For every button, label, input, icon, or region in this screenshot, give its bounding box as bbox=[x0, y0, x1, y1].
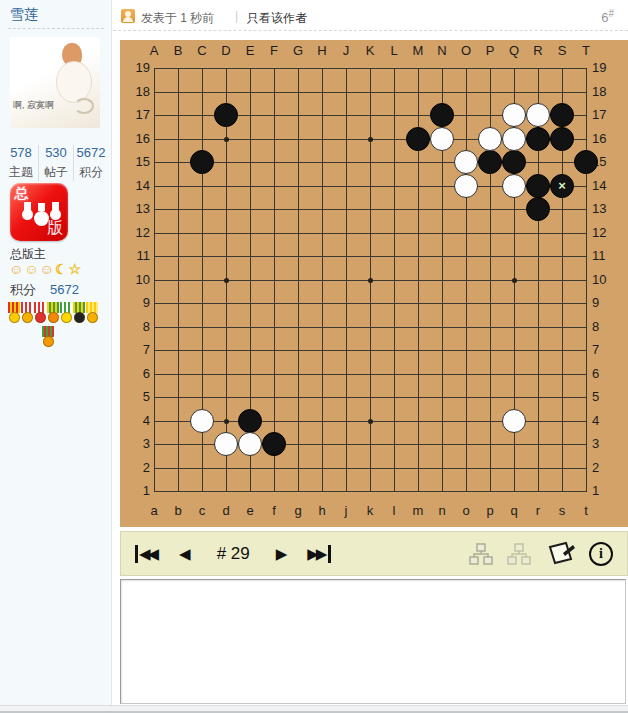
star-point bbox=[224, 137, 229, 142]
first-move-button[interactable]: ◀◀ bbox=[135, 545, 159, 563]
row-label-left: 5 bbox=[122, 389, 150, 405]
variation-tree-icon[interactable] bbox=[469, 543, 493, 565]
column-label-bottom: p bbox=[478, 503, 502, 518]
column-label-top: B bbox=[166, 43, 190, 58]
medal-icon bbox=[47, 302, 59, 325]
prev-move-button[interactable]: ◀ bbox=[179, 545, 191, 563]
smiley-icon: ☺ bbox=[24, 261, 39, 277]
row-label-left: 3 bbox=[122, 436, 150, 452]
row-label-right: 4 bbox=[592, 413, 622, 429]
medal-icon bbox=[86, 302, 98, 325]
variation-tree-alt-icon[interactable] bbox=[507, 543, 531, 565]
stone-black-P15 bbox=[478, 150, 502, 174]
smiley-icon: ☺ bbox=[9, 261, 24, 277]
post-header: 发表于 1 秒前 | 只看该作者 6# bbox=[113, 0, 628, 31]
stone-black-T15 bbox=[574, 150, 598, 174]
separator: | bbox=[235, 9, 238, 23]
row-label-right: 2 bbox=[592, 460, 622, 476]
medal-row bbox=[8, 302, 110, 325]
last-move-button[interactable]: ▶▶ bbox=[307, 545, 331, 563]
column-label-top: K bbox=[358, 43, 382, 58]
column-label-bottom: q bbox=[502, 503, 526, 518]
column-label-top: D bbox=[214, 43, 238, 58]
moderator-badge-icon: 总 版 bbox=[10, 183, 68, 241]
stat-points[interactable]: 5672 积分 bbox=[74, 145, 108, 181]
column-label-top: T bbox=[574, 43, 598, 58]
column-label-bottom: m bbox=[406, 503, 430, 518]
medal-icon bbox=[42, 326, 54, 349]
row-label-left: 13 bbox=[122, 201, 150, 217]
stone-black-R14 bbox=[526, 174, 550, 198]
column-label-bottom: c bbox=[190, 503, 214, 518]
column-label-bottom: e bbox=[238, 503, 262, 518]
star-point bbox=[368, 278, 373, 283]
stone-black-F3 bbox=[262, 432, 286, 456]
row-label-right: 3 bbox=[592, 436, 622, 452]
move-counter: # 29 bbox=[217, 544, 250, 564]
row-label-right: 18 bbox=[592, 84, 622, 100]
row-label-right: 6 bbox=[592, 366, 622, 382]
next-move-button[interactable]: ▶ bbox=[276, 545, 288, 563]
star-point bbox=[368, 419, 373, 424]
medal-icon bbox=[60, 302, 72, 325]
row-label-left: 14 bbox=[122, 178, 150, 194]
row-label-right: 10 bbox=[592, 272, 622, 288]
row-label-left: 17 bbox=[122, 107, 150, 123]
stone-white-P16 bbox=[478, 127, 502, 151]
stone-white-Q17 bbox=[502, 103, 526, 127]
avatar-art bbox=[74, 98, 94, 114]
row-label-right: 11 bbox=[592, 248, 622, 264]
column-label-bottom: a bbox=[142, 503, 166, 518]
column-label-top: H bbox=[310, 43, 334, 58]
row-label-left: 18 bbox=[122, 84, 150, 100]
column-label-bottom: o bbox=[454, 503, 478, 518]
row-label-right: 1 bbox=[592, 483, 622, 499]
row-label-left: 6 bbox=[122, 366, 150, 382]
column-label-bottom: s bbox=[550, 503, 574, 518]
row-label-left: 8 bbox=[122, 319, 150, 335]
row-label-right: 14 bbox=[592, 178, 622, 194]
star-point bbox=[224, 419, 229, 424]
column-label-top: G bbox=[286, 43, 310, 58]
row-label-left: 2 bbox=[122, 460, 150, 476]
stone-black-R16 bbox=[526, 127, 550, 151]
column-label-bottom: t bbox=[574, 503, 598, 518]
emoticon-row: ☺☺☺☾☆ bbox=[9, 261, 82, 277]
medal-icon bbox=[8, 302, 20, 325]
stone-white-D3 bbox=[214, 432, 238, 456]
row-label-left: 9 bbox=[122, 295, 150, 311]
medal-row-2 bbox=[42, 326, 55, 349]
stone-black-S17 bbox=[550, 103, 574, 127]
stone-white-C4 bbox=[190, 409, 214, 433]
go-board[interactable]: AaBbCcDdEeFfGgHhJjKkLlMmNnOoPpQqRrSsTt19… bbox=[120, 40, 628, 527]
column-label-top: P bbox=[478, 43, 502, 58]
column-label-top: S bbox=[550, 43, 574, 58]
stone-black-R13 bbox=[526, 197, 550, 221]
column-label-top: E bbox=[238, 43, 262, 58]
column-label-top: O bbox=[454, 43, 478, 58]
column-label-top: R bbox=[526, 43, 550, 58]
stone-white-R17 bbox=[526, 103, 550, 127]
row-label-left: 11 bbox=[122, 248, 150, 264]
row-label-left: 19 bbox=[122, 60, 150, 76]
moon-icon: ☾ bbox=[55, 261, 69, 277]
row-label-right: 13 bbox=[592, 201, 622, 217]
stone-black-S14: × bbox=[550, 174, 574, 198]
row-label-left: 15 bbox=[122, 154, 150, 170]
column-label-bottom: k bbox=[358, 503, 382, 518]
user-sidebar: 雪莲 啊, 寂寞啊 578 主题 530 帖子 5672 积分 总 bbox=[0, 0, 112, 705]
column-label-top: J bbox=[334, 43, 358, 58]
column-label-bottom: d bbox=[214, 503, 238, 518]
info-icon[interactable]: i bbox=[589, 542, 613, 566]
user-stats: 578 主题 530 帖子 5672 积分 bbox=[4, 145, 108, 181]
tool-icons: i bbox=[469, 540, 613, 567]
row-label-right: 17 bbox=[592, 107, 622, 123]
nav-group: ◀◀ ◀ # 29 ▶ ▶▶ bbox=[135, 544, 331, 564]
column-label-bottom: f bbox=[262, 503, 286, 518]
column-label-bottom: n bbox=[430, 503, 454, 518]
star-point bbox=[512, 278, 517, 283]
last-move-mark: × bbox=[551, 175, 573, 197]
post-number-link[interactable]: 6# bbox=[601, 8, 614, 25]
row-label-left: 7 bbox=[122, 342, 150, 358]
column-label-bottom: l bbox=[382, 503, 406, 518]
stone-white-N16 bbox=[430, 127, 454, 151]
divider bbox=[8, 28, 104, 29]
row-label-right: 19 bbox=[592, 60, 622, 76]
column-label-bottom: h bbox=[310, 503, 334, 518]
row-label-right: 8 bbox=[592, 319, 622, 335]
posted-time: 发表于 1 秒前 bbox=[141, 10, 214, 27]
column-label-bottom: r bbox=[526, 503, 550, 518]
user-icon bbox=[121, 9, 135, 23]
stone-black-M16 bbox=[406, 127, 430, 151]
stone-white-O15 bbox=[454, 150, 478, 174]
avatar[interactable]: 啊, 寂寞啊 bbox=[10, 37, 100, 128]
row-label-right: 5 bbox=[592, 389, 622, 405]
column-label-top: L bbox=[382, 43, 406, 58]
row-label-left: 16 bbox=[122, 131, 150, 147]
stone-black-N17 bbox=[430, 103, 454, 127]
medal-icon bbox=[21, 302, 33, 325]
row-label-right: 16 bbox=[592, 131, 622, 147]
row-label-left: 10 bbox=[122, 272, 150, 288]
stone-black-Q15 bbox=[502, 150, 526, 174]
column-label-bottom: g bbox=[286, 503, 310, 518]
view-author-link[interactable]: 只看该作者 bbox=[247, 10, 307, 27]
stat-topics[interactable]: 578 主题 bbox=[4, 145, 39, 181]
playback-controls: ◀◀ ◀ # 29 ▶ ▶▶ i bbox=[120, 531, 628, 576]
row-label-left: 12 bbox=[122, 225, 150, 241]
column-label-top: F bbox=[262, 43, 286, 58]
page-footer-strip bbox=[0, 705, 628, 713]
star-point bbox=[368, 137, 373, 142]
avatar-caption: 啊, 寂寞啊 bbox=[13, 99, 54, 112]
column-label-top: C bbox=[190, 43, 214, 58]
avatar-art bbox=[56, 61, 92, 103]
copy-sgf-icon[interactable] bbox=[545, 540, 575, 567]
stone-white-Q16 bbox=[502, 127, 526, 151]
smiley-icon: ☺ bbox=[40, 261, 55, 277]
forum-post-page: 雪莲 啊, 寂寞啊 578 主题 530 帖子 5672 积分 总 bbox=[0, 0, 628, 713]
star-icon: ☆ bbox=[68, 261, 82, 277]
star-point bbox=[224, 278, 229, 283]
stat-posts[interactable]: 530 帖子 bbox=[39, 145, 74, 181]
row-label-right: 9 bbox=[592, 295, 622, 311]
row-label-left: 4 bbox=[122, 413, 150, 429]
column-label-bottom: b bbox=[166, 503, 190, 518]
stone-black-E4 bbox=[238, 409, 262, 433]
stone-black-C15 bbox=[190, 150, 214, 174]
column-label-bottom: j bbox=[334, 503, 358, 518]
stone-white-Q14 bbox=[502, 174, 526, 198]
stone-white-E3 bbox=[238, 432, 262, 456]
stone-white-Q4 bbox=[502, 409, 526, 433]
comment-box[interactable] bbox=[120, 579, 626, 704]
stone-black-S16 bbox=[550, 127, 574, 151]
medal-icon bbox=[34, 302, 46, 325]
row-label-left: 1 bbox=[122, 483, 150, 499]
column-label-top: A bbox=[142, 43, 166, 58]
column-label-top: M bbox=[406, 43, 430, 58]
stone-white-O14 bbox=[454, 174, 478, 198]
username-link[interactable]: 雪莲 bbox=[10, 6, 38, 24]
row-label-right: 12 bbox=[592, 225, 622, 241]
stone-black-D17 bbox=[214, 103, 238, 127]
column-label-top: N bbox=[430, 43, 454, 58]
row-label-right: 7 bbox=[592, 342, 622, 358]
score-row: 积分5672 bbox=[10, 281, 79, 299]
column-label-top: Q bbox=[502, 43, 526, 58]
medal-icon bbox=[73, 302, 85, 325]
